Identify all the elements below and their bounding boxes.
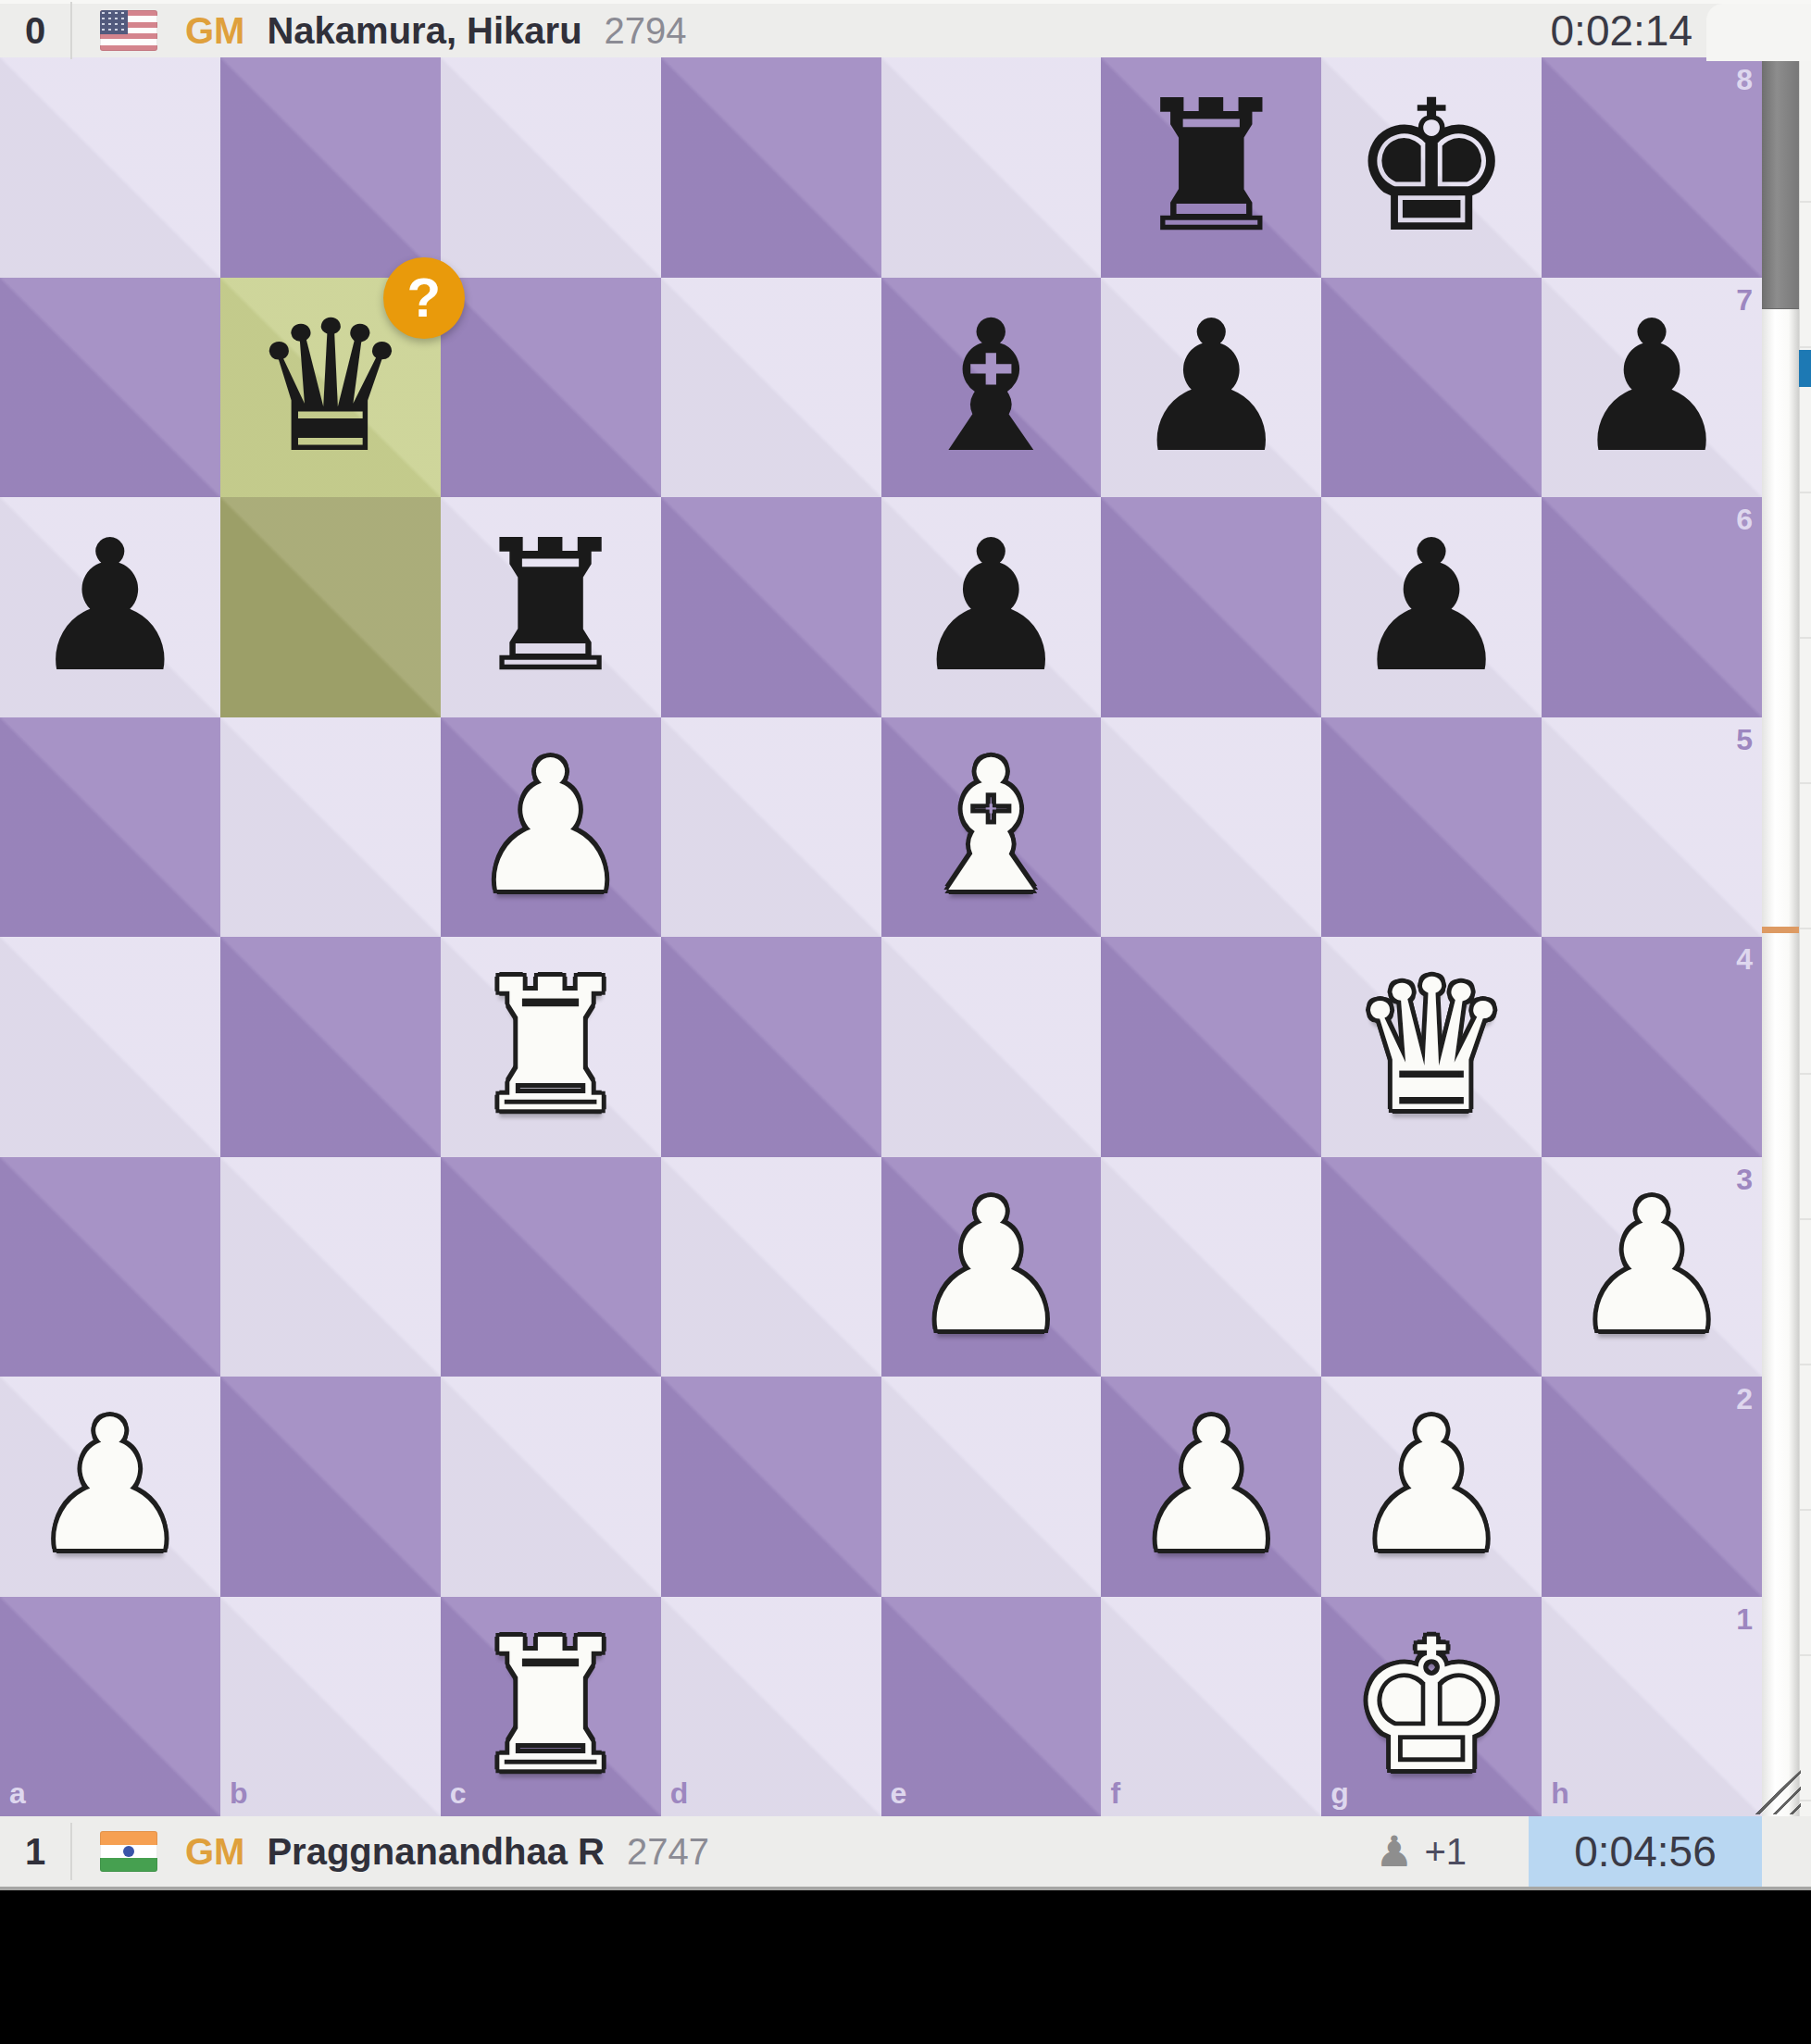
flag-us-icon (100, 10, 157, 51)
piece-black-rook-c6[interactable]: ♜ (441, 497, 661, 717)
piece-white-queen-g4[interactable]: ♛ (1321, 937, 1542, 1157)
file-label-e: e (891, 1776, 907, 1811)
rank-label-5: 5 (1736, 723, 1753, 757)
piece-white-pawn-f2[interactable]: ♟ (1101, 1377, 1321, 1597)
square-d5[interactable] (661, 717, 881, 938)
square-c1[interactable]: ♜c (441, 1597, 661, 1817)
square-h2[interactable]: 2 (1542, 1377, 1762, 1597)
side-panel-edge (1762, 0, 1811, 1816)
flag-canton (100, 10, 128, 34)
square-d6[interactable] (661, 497, 881, 717)
player-title-top: GM (185, 10, 244, 52)
square-h5[interactable]: 5 (1542, 717, 1762, 938)
square-g8[interactable]: ♚ (1321, 57, 1542, 278)
square-f2[interactable]: ♟ (1101, 1377, 1321, 1597)
file-label-h: h (1551, 1776, 1569, 1811)
material-advantage-value: +1 (1424, 1831, 1467, 1873)
square-g4[interactable]: ♛ (1321, 937, 1542, 1157)
piece-black-pawn-e6[interactable]: ♟ (881, 497, 1102, 717)
square-b5[interactable] (220, 717, 441, 938)
square-c2[interactable] (441, 1377, 661, 1597)
square-e6[interactable]: ♟ (881, 497, 1102, 717)
file-label-d: d (670, 1776, 689, 1811)
square-d2[interactable] (661, 1377, 881, 1597)
square-c4[interactable]: ♜ (441, 937, 661, 1157)
square-e7[interactable]: ♝ (881, 278, 1102, 498)
square-g3[interactable] (1321, 1157, 1542, 1377)
square-d4[interactable] (661, 937, 881, 1157)
file-label-a: a (9, 1776, 26, 1811)
player-rating-top: 2794 (605, 10, 687, 52)
square-b4[interactable] (220, 937, 441, 1157)
file-label-b: b (230, 1776, 248, 1811)
rank-label-8: 8 (1736, 63, 1753, 97)
divider (70, 1823, 72, 1880)
square-e8[interactable] (881, 57, 1102, 278)
match-score-bottom: 1 (0, 1831, 70, 1873)
scrollbar-thumb[interactable] (1762, 37, 1799, 309)
piece-black-king-g8[interactable]: ♚ (1321, 57, 1542, 278)
square-c7[interactable] (441, 278, 661, 498)
square-f7[interactable]: ♟ (1101, 278, 1321, 498)
square-b7[interactable]: ♛? (220, 278, 441, 498)
piece-black-pawn-h7[interactable]: ♟ (1542, 278, 1762, 498)
square-f1[interactable]: f (1101, 1597, 1321, 1817)
rank-label-2: 2 (1736, 1382, 1753, 1416)
player-rating-bottom: 2747 (627, 1831, 709, 1873)
square-h1[interactable]: h1 (1542, 1597, 1762, 1817)
square-f5[interactable] (1101, 717, 1321, 938)
square-b1[interactable]: b (220, 1597, 441, 1817)
panel-corner (1706, 4, 1811, 61)
bottom-player-bar: 1 GM Praggnanandhaa R 2747 ♟ +1 0:04:56 (0, 1816, 1811, 1887)
chess-board: ♜♚8♛?♝♟♟7♟♜♟♟6♟♝5♜♛4♟♟3♟♟♟2ab♜cdef♚gh1 (0, 57, 1762, 1816)
rank-label-4: 4 (1736, 942, 1753, 977)
square-a7[interactable] (0, 278, 220, 498)
piece-white-bishop-e5[interactable]: ♝ (881, 717, 1102, 938)
clock-bottom: 0:04:56 (1529, 1816, 1762, 1887)
rank-label-1: 1 (1736, 1602, 1753, 1637)
square-h6[interactable]: 6 (1542, 497, 1762, 717)
flag-india-icon (100, 1831, 157, 1872)
broadcast-board-pane: 0 GM Nakamura, Hikaru 2794 0:02:14 ♜♚8♛?… (0, 0, 1811, 2044)
square-d1[interactable]: d (661, 1597, 881, 1817)
square-f3[interactable] (1101, 1157, 1321, 1377)
square-c5[interactable]: ♟ (441, 717, 661, 938)
clock-top: 0:02:14 (1551, 6, 1692, 56)
piece-white-pawn-g2[interactable]: ♟ (1321, 1377, 1542, 1597)
square-h4[interactable]: 4 (1542, 937, 1762, 1157)
square-d3[interactable] (661, 1157, 881, 1377)
square-g2[interactable]: ♟ (1321, 1377, 1542, 1597)
moves-panel-edge (1799, 57, 1811, 1816)
file-label-g: g (1330, 1776, 1349, 1811)
panel-divider (1762, 927, 1799, 933)
letterbox (0, 1890, 1811, 2044)
match-score-top: 0 (0, 10, 70, 52)
square-e4[interactable] (881, 937, 1102, 1157)
piece-white-pawn-h3[interactable]: ♟ (1542, 1157, 1762, 1377)
material-advantage: ♟ +1 (1375, 1816, 1467, 1887)
player-name-top: Nakamura, Hikaru (267, 10, 581, 52)
square-g7[interactable] (1321, 278, 1542, 498)
rank-label-7: 7 (1736, 283, 1753, 318)
square-a5[interactable] (0, 717, 220, 938)
player-title-bottom: GM (185, 1831, 244, 1873)
piece-white-pawn-a2[interactable]: ♟ (0, 1377, 220, 1597)
piece-white-pawn-c5[interactable]: ♟ (441, 717, 661, 938)
square-b8[interactable] (220, 57, 441, 278)
piece-white-rook-c4[interactable]: ♜ (441, 937, 661, 1157)
divider (70, 2, 72, 59)
piece-white-pawn-e3[interactable]: ♟ (881, 1157, 1102, 1377)
square-a2[interactable]: ♟ (0, 1377, 220, 1597)
square-h7[interactable]: ♟7 (1542, 278, 1762, 498)
square-f4[interactable] (1101, 937, 1321, 1157)
square-g5[interactable] (1321, 717, 1542, 938)
piece-black-pawn-g6[interactable]: ♟ (1321, 497, 1542, 717)
square-a1[interactable]: a (0, 1597, 220, 1817)
square-e3[interactable]: ♟ (881, 1157, 1102, 1377)
bar-shadow (0, 1887, 1811, 1890)
piece-white-king-g1[interactable]: ♚ (1321, 1597, 1542, 1817)
player-name-bottom: Praggnanandhaa R (267, 1831, 605, 1873)
square-a3[interactable] (0, 1157, 220, 1377)
top-player-bar: 0 GM Nakamura, Hikaru 2794 0:02:14 (0, 0, 1811, 57)
square-d7[interactable] (661, 278, 881, 498)
piece-black-pawn-a6[interactable]: ♟ (0, 497, 220, 717)
square-c3[interactable] (441, 1157, 661, 1377)
square-d8[interactable] (661, 57, 881, 278)
rank-label-3: 3 (1736, 1163, 1753, 1197)
square-a4[interactable] (0, 937, 220, 1157)
square-a6[interactable]: ♟ (0, 497, 220, 717)
square-b6[interactable] (220, 497, 441, 717)
square-g6[interactable]: ♟ (1321, 497, 1542, 717)
piece-black-pawn-f7[interactable]: ♟ (1101, 278, 1321, 498)
square-b3[interactable] (220, 1157, 441, 1377)
square-g1[interactable]: ♚g (1321, 1597, 1542, 1817)
piece-white-rook-c1[interactable]: ♜ (441, 1597, 661, 1817)
square-e1[interactable]: e (881, 1597, 1102, 1817)
square-c6[interactable]: ♜ (441, 497, 661, 717)
move-annotation-badge: ? (383, 257, 465, 339)
piece-black-bishop-e7[interactable]: ♝ (881, 278, 1102, 498)
rank-label-6: 6 (1736, 503, 1753, 537)
square-h3[interactable]: ♟3 (1542, 1157, 1762, 1377)
square-a8[interactable] (0, 57, 220, 278)
flag-chakra (123, 1846, 134, 1857)
square-e2[interactable] (881, 1377, 1102, 1597)
square-f8[interactable]: ♜ (1101, 57, 1321, 278)
square-f6[interactable] (1101, 497, 1321, 717)
panel-accent (1799, 350, 1811, 387)
file-label-c: c (450, 1776, 467, 1811)
square-e5[interactable]: ♝ (881, 717, 1102, 938)
square-b2[interactable] (220, 1377, 441, 1597)
square-c8[interactable] (441, 57, 661, 278)
file-label-f: f (1110, 1776, 1120, 1811)
square-h8[interactable]: 8 (1542, 57, 1762, 278)
pawn-icon: ♟ (1375, 1830, 1413, 1873)
piece-black-rook-f8[interactable]: ♜ (1101, 57, 1321, 278)
